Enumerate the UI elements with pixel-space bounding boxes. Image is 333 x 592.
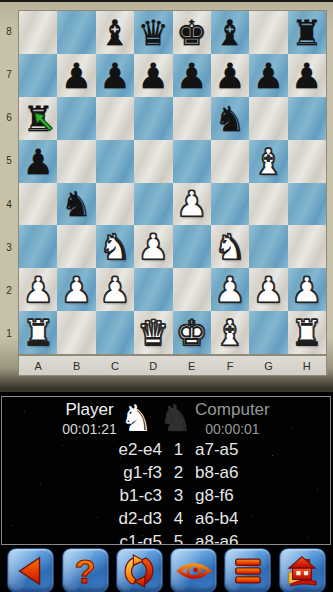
square-e6[interactable]	[173, 97, 211, 140]
black-pawn-a5[interactable]: ♟	[22, 144, 53, 179]
white-pawn-c2[interactable]: ♟	[99, 272, 130, 307]
square-a7[interactable]	[19, 54, 57, 97]
file-labels: ABCDEFGH	[18, 355, 327, 376]
square-b7[interactable]: ♟	[57, 54, 95, 97]
white-rook-a1[interactable]: ♜	[22, 315, 53, 350]
white-pawn-b2[interactable]: ♟	[61, 272, 92, 307]
white-knight-f3[interactable]: ♞	[214, 229, 245, 264]
rank-label-2: 2	[0, 269, 18, 312]
white-player-clock: 00:01:21	[62, 421, 117, 437]
white-king-e1[interactable]: ♚	[176, 315, 207, 350]
move-row-1: e2-e41a7-a5	[2, 438, 330, 461]
square-c2[interactable]: ♟	[96, 268, 134, 311]
black-pawn-h7[interactable]: ♟	[291, 58, 322, 93]
square-a3[interactable]	[19, 225, 57, 268]
move-row-2: g1-f32b8-a6	[2, 461, 330, 484]
rank-label-1: 1	[0, 312, 18, 355]
black-move: a7-a5	[195, 440, 330, 460]
square-b6[interactable]	[57, 97, 95, 140]
white-move: b1-c3	[2, 486, 162, 506]
black-pawn-e7[interactable]: ♟	[176, 58, 207, 93]
square-h3[interactable]	[288, 225, 326, 268]
square-h7[interactable]: ♟	[288, 54, 326, 97]
black-move: g8-f6	[195, 486, 330, 506]
square-c4[interactable]	[96, 183, 134, 226]
white-pawn-h2[interactable]: ♟	[291, 272, 322, 307]
move-row-3: b1-c33g8-f6	[2, 484, 330, 507]
white-pawn-e4[interactable]: ♟	[176, 186, 207, 221]
file-label-g: G	[249, 356, 287, 375]
square-c5[interactable]	[96, 140, 134, 183]
starfield-background	[2, 397, 3, 398]
move-number: 4	[162, 509, 195, 529]
black-bishop-f8[interactable]: ♝	[214, 15, 245, 50]
white-pawn-f2[interactable]: ♟	[214, 272, 245, 307]
game-info-panel: Player 00:01:21 ♞ ♞ Computer 00:00:01 e2…	[1, 396, 331, 545]
square-f4[interactable]	[211, 183, 249, 226]
back-button[interactable]	[7, 548, 54, 592]
eye-icon	[176, 554, 212, 588]
black-king-e8[interactable]: ♚	[176, 15, 207, 50]
view-button[interactable]	[170, 548, 217, 592]
square-b8[interactable]	[57, 11, 95, 54]
square-h4[interactable]	[288, 183, 326, 226]
square-e5[interactable]	[173, 140, 211, 183]
black-move: a8-a6	[195, 532, 330, 546]
black-knight-b4[interactable]: ♞	[61, 186, 92, 221]
square-b3[interactable]	[57, 225, 95, 268]
file-label-h: H	[288, 356, 326, 375]
square-d8[interactable]: ♛	[134, 11, 172, 54]
white-pawn-g2[interactable]: ♟	[253, 272, 284, 307]
square-c7[interactable]: ♟	[96, 54, 134, 97]
square-g6[interactable]	[249, 97, 287, 140]
square-c3[interactable]: ♞	[96, 225, 134, 268]
square-d3[interactable]: ♟	[134, 225, 172, 268]
black-pawn-b7[interactable]: ♟	[61, 58, 92, 93]
square-g5[interactable]: ♝	[249, 140, 287, 183]
square-d7[interactable]: ♟	[134, 54, 172, 97]
last-move-arrow-icon	[32, 110, 55, 133]
white-pawn-a2[interactable]: ♟	[22, 272, 53, 307]
replay-button[interactable]	[116, 548, 163, 592]
move-number: 1	[162, 440, 195, 460]
square-f3[interactable]: ♞	[211, 225, 249, 268]
white-player-block: Player 00:01:21	[62, 400, 117, 437]
square-h5[interactable]	[288, 140, 326, 183]
square-b4[interactable]: ♞	[57, 183, 95, 226]
square-f8[interactable]: ♝	[211, 11, 249, 54]
square-a6[interactable]: ♜	[19, 97, 57, 140]
rank-label-7: 7	[0, 53, 18, 96]
players-header: Player 00:01:21 ♞ ♞ Computer 00:00:01	[2, 400, 330, 440]
rank-label-6: 6	[0, 96, 18, 139]
square-h6[interactable]	[288, 97, 326, 140]
square-g7[interactable]: ♟	[249, 54, 287, 97]
square-f1[interactable]: ♝	[211, 311, 249, 354]
move-number: 3	[162, 486, 195, 506]
square-a5[interactable]: ♟	[19, 140, 57, 183]
square-e8[interactable]: ♚	[173, 11, 211, 54]
file-label-a: A	[19, 356, 57, 375]
square-a1[interactable]: ♜	[19, 311, 57, 354]
square-f6[interactable]: ♞	[211, 97, 249, 140]
square-d4[interactable]	[134, 183, 172, 226]
black-rook-h8[interactable]: ♜	[291, 15, 322, 50]
white-move: g1-f3	[2, 463, 162, 483]
white-move: d2-d3	[2, 509, 162, 529]
white-rook-h1[interactable]: ♜	[291, 315, 322, 350]
square-h8[interactable]: ♜	[288, 11, 326, 54]
move-list: e2-e41a7-a5g1-f32b8-a6b1-c33g8-f6d2-d34a…	[2, 438, 330, 545]
white-knight-icon: ♞	[120, 400, 153, 437]
black-queen-d8[interactable]: ♛	[138, 15, 169, 50]
square-d5[interactable]	[134, 140, 172, 183]
square-c8[interactable]: ♝	[96, 11, 134, 54]
menu-button[interactable]	[224, 548, 271, 592]
square-e2[interactable]	[173, 268, 211, 311]
black-move: a6-b4	[195, 509, 330, 529]
question-mark-icon: ?	[75, 554, 96, 588]
white-knight-c3[interactable]: ♞	[99, 229, 130, 264]
square-g2[interactable]: ♟	[249, 268, 287, 311]
white-move: c1-g5	[2, 532, 162, 546]
chess-board[interactable]: ♝♛♚♝♜♟♟♟♟♟♟♟♜♞♟♝♞♟♞♟♞♟♟♟♟♟♟♜♛♚♝♜	[18, 10, 327, 355]
square-f7[interactable]: ♟	[211, 54, 249, 97]
home-button[interactable]	[279, 548, 326, 592]
square-d1[interactable]: ♛	[134, 311, 172, 354]
square-b5[interactable]	[57, 140, 95, 183]
black-move: b8-a6	[195, 463, 330, 483]
black-bishop-c8[interactable]: ♝	[99, 15, 130, 50]
chess-board-frame: 87654321 ♝♛♚♝♜♟♟♟♟♟♟♟♜♞♟♝♞♟♞♟♞♟♟♟♟♟♟♜♛♚♝…	[0, 0, 333, 392]
rank-label-8: 8	[0, 10, 18, 53]
square-h1[interactable]: ♜	[288, 311, 326, 354]
square-g4[interactable]	[249, 183, 287, 226]
square-f5[interactable]	[211, 140, 249, 183]
file-label-c: C	[96, 356, 134, 375]
move-row-5: c1-g55a8-a6	[2, 530, 330, 545]
black-player-clock: 00:00:01	[205, 421, 260, 437]
square-e1[interactable]: ♚	[173, 311, 211, 354]
square-d2[interactable]	[134, 268, 172, 311]
black-pawn-d7[interactable]: ♟	[138, 58, 169, 93]
refresh-arrows-icon	[122, 554, 156, 588]
hint-button[interactable]: ?	[62, 548, 109, 592]
square-e4[interactable]: ♟	[173, 183, 211, 226]
white-bishop-f1[interactable]: ♝	[214, 315, 245, 350]
back-arrow-icon	[14, 554, 48, 588]
move-number: 5	[162, 532, 195, 546]
rank-labels: 87654321	[0, 10, 18, 355]
square-b1[interactable]	[57, 311, 95, 354]
white-player-name: Player	[65, 400, 113, 420]
rank-label-3: 3	[0, 226, 18, 269]
black-pawn-g7[interactable]: ♟	[253, 58, 284, 93]
black-player-block: Computer 00:00:01	[195, 400, 270, 437]
home-icon	[284, 554, 320, 588]
move-row-4: d2-d34a6-b4	[2, 507, 330, 530]
square-g8[interactable]	[249, 11, 287, 54]
square-d6[interactable]	[134, 97, 172, 140]
square-g3[interactable]	[249, 225, 287, 268]
square-f2[interactable]: ♟	[211, 268, 249, 311]
black-knight-f6[interactable]: ♞	[214, 101, 245, 136]
file-label-f: F	[211, 356, 249, 375]
rank-label-4: 4	[0, 183, 18, 226]
file-label-d: D	[134, 356, 172, 375]
move-number: 2	[162, 463, 195, 483]
file-label-b: B	[57, 356, 95, 375]
square-a2[interactable]: ♟	[19, 268, 57, 311]
black-pawn-c7[interactable]: ♟	[99, 58, 130, 93]
square-b2[interactable]: ♟	[57, 268, 95, 311]
toolbar: ?	[0, 548, 333, 592]
white-queen-d1[interactable]: ♛	[138, 315, 169, 350]
square-a4[interactable]	[19, 183, 57, 226]
rank-label-5: 5	[0, 139, 18, 182]
white-bishop-g5[interactable]: ♝	[253, 144, 284, 179]
black-knight-icon: ♞	[159, 400, 192, 437]
square-e3[interactable]	[173, 225, 211, 268]
white-pawn-d3[interactable]: ♟	[138, 229, 169, 264]
file-label-e: E	[173, 356, 211, 375]
square-e7[interactable]: ♟	[173, 54, 211, 97]
white-move: e2-e4	[2, 440, 162, 460]
square-a8[interactable]	[19, 11, 57, 54]
black-player-name: Computer	[195, 400, 270, 420]
menu-bars-icon	[231, 554, 265, 588]
black-pawn-f7[interactable]: ♟	[214, 58, 245, 93]
square-c6[interactable]	[96, 97, 134, 140]
square-c1[interactable]	[96, 311, 134, 354]
square-h2[interactable]: ♟	[288, 268, 326, 311]
square-g1[interactable]	[249, 311, 287, 354]
